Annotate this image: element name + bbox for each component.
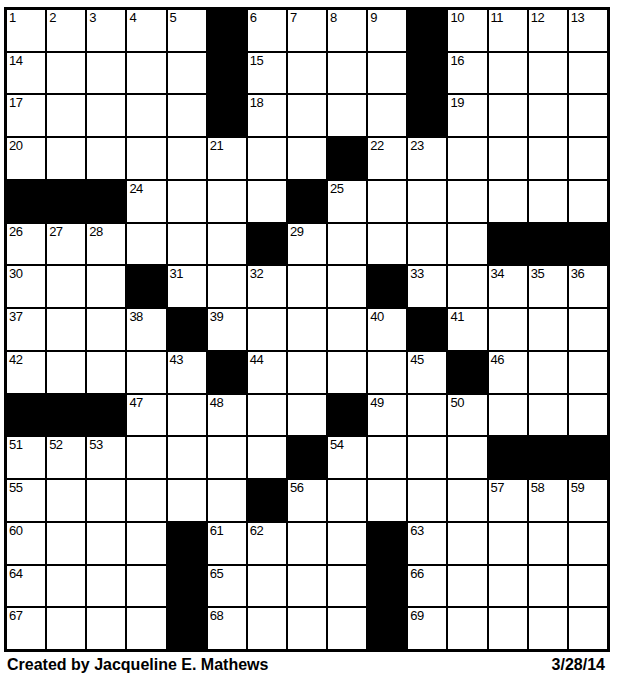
clue-number: 9: [370, 10, 377, 25]
clue-number: 33: [410, 266, 423, 281]
cell-r15c8[interactable]: [288, 608, 326, 649]
clue-number: 17: [9, 95, 22, 110]
cell-r15c15[interactable]: [569, 608, 607, 649]
cell-r12c8[interactable]: 56: [288, 480, 326, 521]
cell-r12c3[interactable]: [87, 480, 125, 521]
cell-r2c12[interactable]: 16: [448, 53, 486, 94]
cell-r8c13[interactable]: [489, 309, 527, 350]
cell-r2c15[interactable]: [569, 53, 607, 94]
cell-r5c5[interactable]: [168, 181, 206, 222]
clue-number: 22: [370, 138, 383, 153]
cell-r3c9[interactable]: [328, 95, 366, 136]
cell-r13c9[interactable]: [328, 523, 366, 564]
cell-r8c3[interactable]: [87, 309, 125, 350]
cell-r10c11[interactable]: [408, 395, 446, 436]
cell-r12c2[interactable]: [47, 480, 85, 521]
black-cell-r8c11: [408, 309, 446, 350]
clue-number: 37: [9, 309, 22, 324]
cell-r10c6[interactable]: 48: [208, 395, 246, 436]
cell-r8c1[interactable]: 37: [7, 309, 45, 350]
black-cell-r7c4: [127, 266, 165, 307]
cell-r6c2[interactable]: 27: [47, 224, 85, 265]
clue-number: 62: [250, 523, 263, 538]
cell-r8c7[interactable]: [248, 309, 286, 350]
cell-r11c9[interactable]: 54: [328, 437, 366, 478]
cell-r10c7[interactable]: [248, 395, 286, 436]
cell-r13c11[interactable]: 63: [408, 523, 446, 564]
cell-r3c14[interactable]: [529, 95, 567, 136]
clue-number: 58: [531, 480, 544, 495]
clue-number: 48: [210, 395, 223, 410]
black-cell-r11c15: [569, 437, 607, 478]
cell-r13c1[interactable]: 60: [7, 523, 45, 564]
cell-r14c1[interactable]: 64: [7, 566, 45, 607]
cell-r10c4[interactable]: 47: [127, 395, 165, 436]
cell-r9c4[interactable]: [127, 352, 165, 393]
clue-number: 57: [491, 480, 504, 495]
cell-r2c13[interactable]: [489, 53, 527, 94]
clue-number: 52: [49, 437, 62, 452]
cell-r14c8[interactable]: [288, 566, 326, 607]
crossword-page: 1234567891011121314151617181920212223242…: [0, 0, 620, 682]
cell-r4c14[interactable]: [529, 138, 567, 179]
cell-r5c14[interactable]: [529, 181, 567, 222]
clue-number: 29: [290, 224, 303, 239]
cell-r1c2[interactable]: 2: [47, 10, 85, 51]
black-cell-r2c11: [408, 53, 446, 94]
cell-r4c10[interactable]: 22: [368, 138, 406, 179]
cell-r14c4[interactable]: [127, 566, 165, 607]
cell-r9c5[interactable]: 43: [168, 352, 206, 393]
cell-r2c1[interactable]: 14: [7, 53, 45, 94]
cell-r14c2[interactable]: [47, 566, 85, 607]
clue-number: 41: [450, 309, 463, 324]
cell-r8c6[interactable]: 39: [208, 309, 246, 350]
black-cell-r7c10: [368, 266, 406, 307]
cell-r13c14[interactable]: [529, 523, 567, 564]
clue-number: 31: [170, 266, 183, 281]
puzzle-date: 3/28/14: [552, 656, 605, 674]
cell-r11c6[interactable]: [208, 437, 246, 478]
cell-r15c6[interactable]: 68: [208, 608, 246, 649]
cell-r3c7[interactable]: 18: [248, 95, 286, 136]
cell-r5c6[interactable]: [208, 181, 246, 222]
black-cell-r10c9: [328, 395, 366, 436]
cell-r10c12[interactable]: 50: [448, 395, 486, 436]
cell-r6c9[interactable]: [328, 224, 366, 265]
clue-number: 21: [210, 138, 223, 153]
cell-r2c4[interactable]: [127, 53, 165, 94]
cell-r4c1[interactable]: 20: [7, 138, 45, 179]
clue-number: 39: [210, 309, 223, 324]
cell-r14c6[interactable]: 65: [208, 566, 246, 607]
cell-r11c4[interactable]: [127, 437, 165, 478]
clue-number: 46: [491, 352, 504, 367]
clue-number: 11: [491, 10, 504, 25]
clue-number: 51: [9, 437, 22, 452]
footer: Created by Jacqueline E. Mathews 3/28/14: [7, 656, 605, 676]
cell-r5c11[interactable]: [408, 181, 446, 222]
cell-r3c12[interactable]: 19: [448, 95, 486, 136]
cell-r10c13[interactable]: [489, 395, 527, 436]
cell-r10c14[interactable]: [529, 395, 567, 436]
clue-number: 54: [330, 437, 343, 452]
cell-r8c14[interactable]: [529, 309, 567, 350]
black-cell-r6c15: [569, 224, 607, 265]
cell-r9c9[interactable]: [328, 352, 366, 393]
cell-r11c5[interactable]: [168, 437, 206, 478]
cell-r6c3[interactable]: 28: [87, 224, 125, 265]
cell-r3c15[interactable]: [569, 95, 607, 136]
cell-r9c14[interactable]: [529, 352, 567, 393]
cell-r7c7[interactable]: 32: [248, 266, 286, 307]
cell-r8c12[interactable]: 41: [448, 309, 486, 350]
cell-r15c14[interactable]: [529, 608, 567, 649]
black-cell-r5c1: [7, 181, 45, 222]
black-cell-r4c9: [328, 138, 366, 179]
clue-number: 60: [9, 523, 22, 538]
black-cell-r10c3: [87, 395, 125, 436]
clue-number: 49: [370, 395, 383, 410]
cell-r4c13[interactable]: [489, 138, 527, 179]
black-cell-r14c10: [368, 566, 406, 607]
clue-number: 45: [410, 352, 423, 367]
cell-r9c10[interactable]: [368, 352, 406, 393]
cell-r2c10[interactable]: [368, 53, 406, 94]
cell-r9c7[interactable]: 44: [248, 352, 286, 393]
black-cell-r13c10: [368, 523, 406, 564]
black-cell-r13c5: [168, 523, 206, 564]
black-cell-r15c10: [368, 608, 406, 649]
cell-r1c8[interactable]: 7: [288, 10, 326, 51]
cell-r4c5[interactable]: [168, 138, 206, 179]
cell-r13c4[interactable]: [127, 523, 165, 564]
cell-r6c4[interactable]: [127, 224, 165, 265]
cell-r10c10[interactable]: 49: [368, 395, 406, 436]
cell-r3c13[interactable]: [489, 95, 527, 136]
cell-r7c9[interactable]: [328, 266, 366, 307]
cell-r15c9[interactable]: [328, 608, 366, 649]
cell-r7c15[interactable]: 36: [569, 266, 607, 307]
cell-r4c12[interactable]: [448, 138, 486, 179]
clue-number: 16: [450, 53, 463, 68]
clue-number: 69: [410, 608, 423, 623]
cell-r13c3[interactable]: [87, 523, 125, 564]
crossword-board: 1234567891011121314151617181920212223242…: [4, 7, 610, 652]
cell-r4c4[interactable]: [127, 138, 165, 179]
cell-r2c7[interactable]: 15: [248, 53, 286, 94]
cell-r12c5[interactable]: [168, 480, 206, 521]
clue-number: 1: [9, 10, 16, 25]
cell-r4c11[interactable]: 23: [408, 138, 446, 179]
black-cell-r6c7: [248, 224, 286, 265]
cell-r14c3[interactable]: [87, 566, 125, 607]
cell-r7c6[interactable]: [208, 266, 246, 307]
clue-number: 5: [170, 10, 177, 25]
clue-number: 25: [330, 181, 343, 196]
cell-r5c15[interactable]: [569, 181, 607, 222]
cell-r1c7[interactable]: 6: [248, 10, 286, 51]
clue-number: 32: [250, 266, 263, 281]
clue-number: 6: [250, 10, 257, 25]
cell-r14c9[interactable]: [328, 566, 366, 607]
cell-r6c8[interactable]: 29: [288, 224, 326, 265]
cell-r7c5[interactable]: 31: [168, 266, 206, 307]
clue-number: 19: [450, 95, 463, 110]
black-cell-r3c11: [408, 95, 446, 136]
cell-r4c15[interactable]: [569, 138, 607, 179]
cell-r8c2[interactable]: [47, 309, 85, 350]
cell-r13c12[interactable]: [448, 523, 486, 564]
cell-r13c6[interactable]: 61: [208, 523, 246, 564]
cell-r6c1[interactable]: 26: [7, 224, 45, 265]
cell-r2c14[interactable]: [529, 53, 567, 94]
black-cell-r10c1: [7, 395, 45, 436]
clue-number: 15: [250, 53, 263, 68]
cell-r4c6[interactable]: 21: [208, 138, 246, 179]
cell-r4c3[interactable]: [87, 138, 125, 179]
clue-number: 55: [9, 480, 22, 495]
cell-r7c12[interactable]: [448, 266, 486, 307]
clue-number: 27: [49, 224, 62, 239]
clue-number: 13: [571, 10, 584, 25]
cell-r12c4[interactable]: [127, 480, 165, 521]
clue-number: 28: [89, 224, 102, 239]
cell-r7c8[interactable]: [288, 266, 326, 307]
cell-r7c3[interactable]: [87, 266, 125, 307]
clue-number: 67: [9, 608, 22, 623]
cell-r2c5[interactable]: [168, 53, 206, 94]
cell-r15c7[interactable]: [248, 608, 286, 649]
clue-number: 65: [210, 566, 223, 581]
cell-r11c1[interactable]: 51: [7, 437, 45, 478]
cell-r13c2[interactable]: [47, 523, 85, 564]
clue-number: 2: [49, 10, 56, 25]
cell-r3c4[interactable]: [127, 95, 165, 136]
clue-number: 35: [531, 266, 544, 281]
cell-r13c15[interactable]: [569, 523, 607, 564]
cell-r5c4[interactable]: 24: [127, 181, 165, 222]
cell-r11c2[interactable]: 52: [47, 437, 85, 478]
cell-r11c7[interactable]: [248, 437, 286, 478]
cell-r14c7[interactable]: [248, 566, 286, 607]
cell-r3c1[interactable]: 17: [7, 95, 45, 136]
clue-number: 34: [491, 266, 504, 281]
cell-r11c10[interactable]: [368, 437, 406, 478]
clue-number: 61: [210, 523, 223, 538]
cell-r1c9[interactable]: 8: [328, 10, 366, 51]
cell-r15c12[interactable]: [448, 608, 486, 649]
clue-number: 42: [9, 352, 22, 367]
black-cell-r1c6: [208, 10, 246, 51]
cell-r9c3[interactable]: [87, 352, 125, 393]
cell-r3c10[interactable]: [368, 95, 406, 136]
cell-r9c8[interactable]: [288, 352, 326, 393]
black-cell-r5c2: [47, 181, 85, 222]
black-cell-r11c8: [288, 437, 326, 478]
cell-r10c15[interactable]: [569, 395, 607, 436]
clue-number: 4: [129, 10, 136, 25]
cell-r14c14[interactable]: [529, 566, 567, 607]
cell-r14c12[interactable]: [448, 566, 486, 607]
cell-r5c13[interactable]: [489, 181, 527, 222]
cell-r11c3[interactable]: 53: [87, 437, 125, 478]
clue-number: 26: [9, 224, 22, 239]
cell-r12c14[interactable]: 58: [529, 480, 567, 521]
cell-r12c6[interactable]: [208, 480, 246, 521]
clue-number: 43: [170, 352, 183, 367]
black-cell-r9c6: [208, 352, 246, 393]
cell-r12c9[interactable]: [328, 480, 366, 521]
cell-r11c12[interactable]: [448, 437, 486, 478]
cell-r13c7[interactable]: 62: [248, 523, 286, 564]
cell-r1c15[interactable]: 13: [569, 10, 607, 51]
clue-number: 23: [410, 138, 423, 153]
clue-number: 38: [129, 309, 142, 324]
cell-r12c11[interactable]: [408, 480, 446, 521]
clue-number: 50: [450, 395, 463, 410]
clue-number: 12: [531, 10, 544, 25]
cell-r7c14[interactable]: 35: [529, 266, 567, 307]
clue-number: 24: [129, 181, 142, 196]
black-cell-r1c11: [408, 10, 446, 51]
cell-r9c11[interactable]: 45: [408, 352, 446, 393]
clue-number: 44: [250, 352, 263, 367]
cell-r9c1[interactable]: 42: [7, 352, 45, 393]
cell-r10c8[interactable]: [288, 395, 326, 436]
black-cell-r9c12: [448, 352, 486, 393]
clue-number: 10: [450, 10, 463, 25]
clue-number: 30: [9, 266, 22, 281]
cell-r8c10[interactable]: 40: [368, 309, 406, 350]
black-cell-r6c13: [489, 224, 527, 265]
cell-r9c2[interactable]: [47, 352, 85, 393]
cell-r14c15[interactable]: [569, 566, 607, 607]
cell-r9c13[interactable]: 46: [489, 352, 527, 393]
cell-r12c15[interactable]: 59: [569, 480, 607, 521]
cell-r1c1[interactable]: 1: [7, 10, 45, 51]
cell-r1c5[interactable]: 5: [168, 10, 206, 51]
cell-r3c2[interactable]: [47, 95, 85, 136]
cell-r6c12[interactable]: [448, 224, 486, 265]
black-cell-r8c5: [168, 309, 206, 350]
cell-r15c11[interactable]: 69: [408, 608, 446, 649]
clue-number: 59: [571, 480, 584, 495]
clue-number: 56: [290, 480, 303, 495]
black-cell-r5c3: [87, 181, 125, 222]
cell-r1c3[interactable]: 3: [87, 10, 125, 51]
cell-r13c13[interactable]: [489, 523, 527, 564]
cell-r8c9[interactable]: [328, 309, 366, 350]
cell-r4c8[interactable]: [288, 138, 326, 179]
cell-r9c15[interactable]: [569, 352, 607, 393]
cell-r11c11[interactable]: [408, 437, 446, 478]
clue-number: 3: [89, 10, 96, 25]
clue-number: 47: [129, 395, 142, 410]
cell-r7c1[interactable]: 30: [7, 266, 45, 307]
cell-r6c11[interactable]: [408, 224, 446, 265]
cell-r15c4[interactable]: [127, 608, 165, 649]
cell-r7c2[interactable]: [47, 266, 85, 307]
black-cell-r3c6: [208, 95, 246, 136]
clue-number: 64: [9, 566, 22, 581]
clue-number: 66: [410, 566, 423, 581]
cell-r4c2[interactable]: [47, 138, 85, 179]
cell-r2c3[interactable]: [87, 53, 125, 94]
cell-r12c1[interactable]: 55: [7, 480, 45, 521]
black-cell-r15c5: [168, 608, 206, 649]
black-cell-r6c14: [529, 224, 567, 265]
creator-credit: Created by Jacqueline E. Mathews: [7, 656, 268, 674]
black-cell-r2c6: [208, 53, 246, 94]
cell-r15c1[interactable]: 67: [7, 608, 45, 649]
cell-r3c5[interactable]: [168, 95, 206, 136]
clue-number: 7: [290, 10, 297, 25]
cell-r1c14[interactable]: 12: [529, 10, 567, 51]
black-cell-r11c13: [489, 437, 527, 478]
clue-number: 68: [210, 608, 223, 623]
cell-r2c2[interactable]: [47, 53, 85, 94]
cell-r8c4[interactable]: 38: [127, 309, 165, 350]
cell-r4c7[interactable]: [248, 138, 286, 179]
clue-number: 53: [89, 437, 102, 452]
clue-number: 14: [9, 53, 22, 68]
clue-number: 40: [370, 309, 383, 324]
cell-r5c9[interactable]: 25: [328, 181, 366, 222]
black-cell-r14c5: [168, 566, 206, 607]
cell-r15c13[interactable]: [489, 608, 527, 649]
cell-r3c8[interactable]: [288, 95, 326, 136]
black-cell-r11c14: [529, 437, 567, 478]
cell-r8c15[interactable]: [569, 309, 607, 350]
black-cell-r5c8: [288, 181, 326, 222]
clue-number: 18: [250, 95, 263, 110]
cell-r12c13[interactable]: 57: [489, 480, 527, 521]
black-cell-r12c7: [248, 480, 286, 521]
clue-number: 8: [330, 10, 337, 25]
cell-r5c7[interactable]: [248, 181, 286, 222]
cell-r12c10[interactable]: [368, 480, 406, 521]
cell-r5c10[interactable]: [368, 181, 406, 222]
cell-r1c13[interactable]: 11: [489, 10, 527, 51]
cell-r5c12[interactable]: [448, 181, 486, 222]
cell-r2c9[interactable]: [328, 53, 366, 94]
clue-number: 20: [9, 138, 22, 153]
cell-r6c5[interactable]: [168, 224, 206, 265]
cell-r12c12[interactable]: [448, 480, 486, 521]
cell-r2c8[interactable]: [288, 53, 326, 94]
clue-number: 36: [571, 266, 584, 281]
cell-r1c12[interactable]: 10: [448, 10, 486, 51]
cell-r1c4[interactable]: 4: [127, 10, 165, 51]
cell-r8c8[interactable]: [288, 309, 326, 350]
cell-r7c13[interactable]: 34: [489, 266, 527, 307]
cell-r7c11[interactable]: 33: [408, 266, 446, 307]
cell-r1c10[interactable]: 9: [368, 10, 406, 51]
cell-r6c6[interactable]: [208, 224, 246, 265]
cell-r3c3[interactable]: [87, 95, 125, 136]
cell-r14c13[interactable]: [489, 566, 527, 607]
black-cell-r10c2: [47, 395, 85, 436]
cell-r15c3[interactable]: [87, 608, 125, 649]
clue-number: 63: [410, 523, 423, 538]
cell-r14c11[interactable]: 66: [408, 566, 446, 607]
cell-r10c5[interactable]: [168, 395, 206, 436]
cell-r15c2[interactable]: [47, 608, 85, 649]
cell-r6c10[interactable]: [368, 224, 406, 265]
cell-r13c8[interactable]: [288, 523, 326, 564]
